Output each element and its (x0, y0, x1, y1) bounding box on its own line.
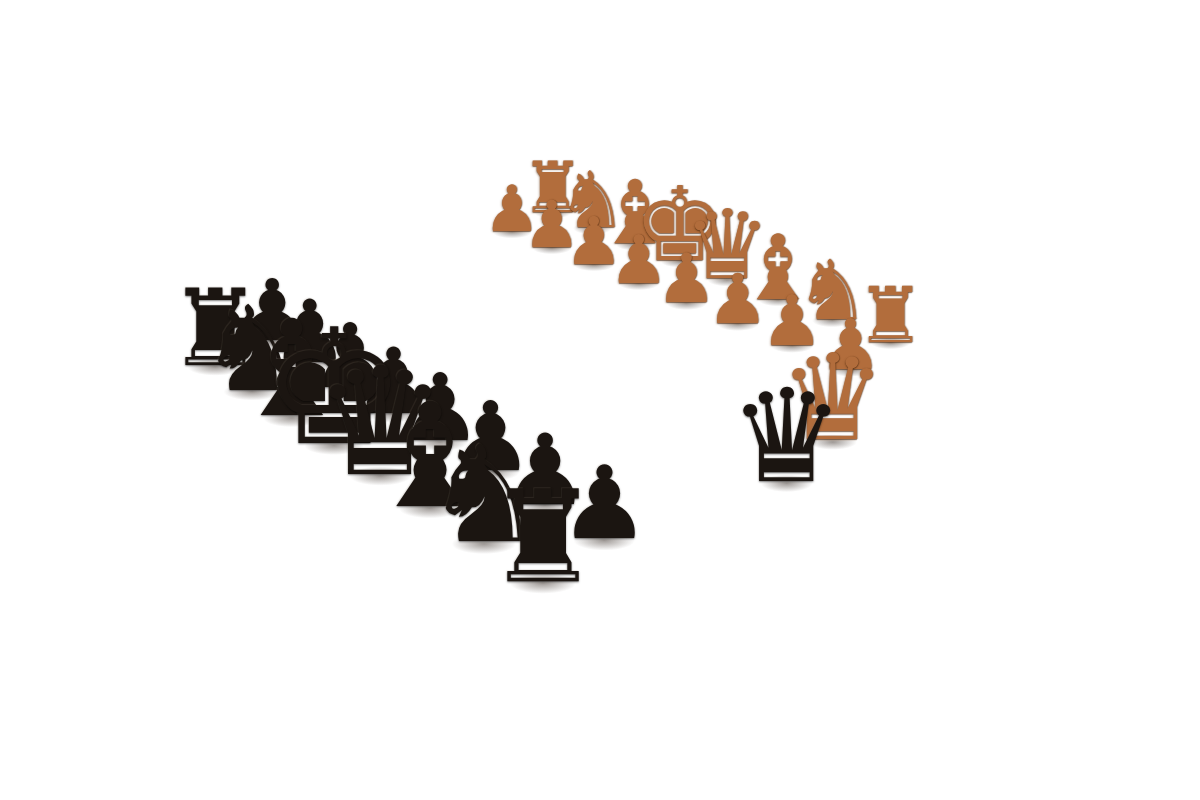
white-pawn-d2: ♟ (656, 245, 717, 313)
piece-shadow (365, 405, 423, 423)
white-bishop-f1: ♝ (595, 169, 674, 257)
piece-shadow (618, 277, 660, 290)
black-rook-h8: ♜ (168, 276, 263, 382)
piece-shadow (322, 379, 378, 397)
square-a4 (708, 403, 817, 465)
white-pawn-c2: ♟ (707, 265, 769, 334)
square-d1 (683, 261, 772, 302)
square-f1 (593, 228, 676, 265)
black-pawn-c7: ♟ (447, 390, 533, 486)
board-side-face (68, 183, 1039, 749)
piece-shadow (770, 339, 814, 353)
square-e1 (637, 244, 723, 283)
square-h5 (333, 275, 420, 317)
piece-shadow (411, 433, 470, 452)
board-border-strip (153, 193, 955, 642)
square-a5 (658, 434, 770, 500)
black-king-e8: ♚ (262, 307, 405, 467)
square-a7 (544, 504, 665, 582)
piece-shadow (828, 363, 873, 377)
piece-shadow (303, 436, 365, 456)
square-c1 (732, 279, 824, 323)
photo-scene: ♜♞♝♛♚♝♞♜♟♟♟♟♟♟♟♟♟♟♟♟♟♟♟♟♜♞♝♛♚♝♞♜♛♛ (0, 0, 1200, 800)
black-extra-queen: ♛ (729, 372, 845, 501)
piece-shadow (758, 293, 799, 306)
square-e7 (342, 387, 444, 444)
square-c6 (493, 410, 600, 472)
square-b5 (600, 406, 708, 468)
square-h2 (472, 216, 552, 251)
white-bishop-c1: ♝ (738, 222, 819, 312)
square-c8 (373, 475, 488, 547)
square-g3 (466, 251, 551, 290)
square-f5 (410, 313, 503, 360)
black-pawn-b7: ♟ (501, 421, 589, 519)
square-d2 (641, 283, 732, 327)
black-knight-b8: ♞ (424, 428, 544, 562)
square-e6 (399, 360, 498, 414)
piece-shadow (245, 333, 299, 350)
square-e4 (503, 309, 596, 356)
black-pawn-f7: ♟ (310, 312, 390, 401)
square-f8 (241, 391, 343, 449)
square-f2 (551, 247, 636, 286)
square-g4 (420, 271, 507, 313)
square-g5 (370, 293, 460, 337)
square-b3 (699, 349, 800, 402)
square-b4 (651, 377, 755, 434)
piece-shadow (615, 238, 655, 251)
square-b6 (546, 438, 658, 504)
piece-shadow (573, 222, 612, 234)
white-pawn-h2: ♟ (483, 177, 540, 241)
piece-shadow (573, 530, 637, 550)
white-knight-b1: ♞ (795, 249, 869, 332)
black-queen-d8: ♛ (313, 346, 447, 496)
piece-shadow (186, 358, 243, 376)
black-bishop-f8: ♝ (232, 303, 351, 436)
square-d8 (325, 445, 435, 512)
square-b2 (743, 323, 841, 373)
square-e2 (595, 265, 683, 306)
square-a8 (481, 543, 606, 628)
square-d6 (445, 384, 548, 441)
square-d3 (596, 306, 690, 353)
square-g1 (552, 212, 633, 247)
board-squares-grid (168, 198, 940, 628)
square-d7 (387, 413, 493, 475)
piece-shadow (492, 225, 533, 238)
white-pawn-b2: ♟ (761, 286, 824, 356)
piece-shadow (348, 466, 411, 486)
square-f7 (301, 363, 399, 417)
square-f4 (460, 290, 550, 334)
chess-board (71, 167, 1042, 733)
piece-shadow (451, 533, 518, 554)
square-b8 (424, 508, 544, 586)
square-g8 (203, 367, 301, 421)
square-f3 (507, 268, 595, 309)
square-c5 (548, 380, 652, 437)
square-e3 (550, 286, 641, 330)
piece-shadow (665, 296, 708, 310)
square-h1 (513, 198, 591, 231)
piece-shadow (514, 495, 576, 515)
square-h6 (281, 296, 370, 340)
square-a6 (603, 468, 719, 540)
piece-shadow (573, 259, 615, 272)
white-rook-h1: ♜ (521, 152, 585, 223)
white-pawn-g2: ♟ (523, 192, 581, 257)
piece-shadow (716, 317, 759, 331)
square-h7 (226, 319, 318, 366)
square-a1 (841, 320, 940, 370)
square-d5 (498, 356, 598, 410)
square-g7 (262, 341, 357, 391)
square-h8 (168, 344, 262, 394)
white-pawn-a2: ♟ (819, 310, 882, 380)
piece-shadow (223, 382, 282, 401)
square-h3 (428, 234, 510, 271)
square-g2 (510, 231, 593, 268)
black-pawn-g7: ♟ (271, 289, 349, 376)
square-b7 (487, 471, 603, 543)
piece-shadow (282, 355, 337, 372)
piece-shadow (509, 572, 578, 594)
square-c7 (435, 441, 546, 507)
piece-shadow (812, 314, 853, 327)
piece-shadow (870, 336, 912, 349)
square-c2 (690, 302, 785, 349)
piece-shadow (460, 463, 521, 482)
square-g6 (318, 316, 410, 363)
piece-shadow (707, 274, 748, 287)
white-pawn-e2: ♟ (609, 226, 669, 293)
square-e8 (282, 417, 388, 479)
black-knight-g8: ♞ (199, 290, 305, 408)
square-h4 (382, 254, 466, 293)
black-pawn-e7: ♟ (353, 336, 435, 427)
piece-shadow (660, 255, 700, 268)
square-d4 (549, 330, 646, 380)
white-pawn-f2: ♟ (564, 209, 623, 275)
piece-shadow (807, 434, 857, 450)
square-e5 (453, 334, 549, 384)
piece-shadow (759, 475, 814, 492)
square-a2 (800, 346, 902, 399)
white-queen-d1: ♛ (684, 198, 770, 294)
piece-shadow (531, 241, 572, 254)
black-pawn-d7: ♟ (398, 362, 481, 455)
white-knight-g1: ♞ (558, 161, 628, 239)
white-rook-a1: ♜ (856, 277, 925, 354)
square-a3 (756, 373, 861, 430)
piece-shadow (397, 498, 462, 519)
piece-shadow (533, 207, 572, 219)
black-pawn-h7: ♟ (234, 268, 310, 353)
black-rook-a8: ♜ (486, 473, 600, 600)
white-king-e1: ♚ (633, 173, 725, 276)
square-c4 (598, 353, 698, 406)
black-pawn-a7: ♟ (559, 454, 650, 555)
pieces-layer: ♜♞♝♛♚♝♞♜♟♟♟♟♟♟♟♟♟♟♟♟♟♟♟♟♜♞♝♛♚♝♞♜♛♛ (0, 0, 1200, 800)
square-b1 (785, 299, 880, 346)
piece-shadow (261, 408, 321, 427)
white-extra-queen: ♛ (779, 339, 886, 458)
square-f6 (357, 337, 453, 387)
black-bishop-c8: ♝ (365, 384, 494, 528)
square-c3 (646, 327, 743, 377)
